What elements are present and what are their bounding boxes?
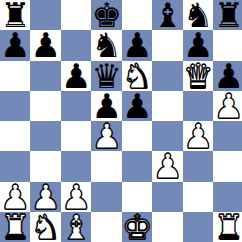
square-h8[interactable]: ♜	[213, 0, 242, 30]
black-pawn-piece: ♟	[213, 61, 242, 91]
square-a5[interactable]	[0, 91, 30, 121]
square-d7[interactable]: ♞	[91, 30, 121, 60]
square-g1[interactable]	[183, 212, 213, 242]
square-a4[interactable]	[0, 121, 30, 151]
square-e4[interactable]	[122, 121, 152, 151]
white-pawn-piece: ♟	[30, 182, 60, 212]
black-knight-piece: ♞	[91, 30, 121, 60]
square-f8[interactable]: ♝	[152, 0, 182, 30]
square-f5[interactable]	[152, 91, 182, 121]
white-bishop-piece: ♝	[61, 212, 91, 242]
square-c2[interactable]: ♟	[61, 182, 91, 212]
square-e7[interactable]: ♟	[122, 30, 152, 60]
white-pawn-piece: ♟	[152, 151, 182, 181]
square-g6[interactable]: ♛	[183, 61, 213, 91]
square-c8[interactable]	[61, 0, 91, 30]
square-f1[interactable]	[152, 212, 182, 242]
square-d2[interactable]	[91, 182, 121, 212]
square-b2[interactable]: ♟	[30, 182, 60, 212]
black-pawn-piece: ♟	[91, 91, 121, 121]
black-rook-piece: ♜	[213, 0, 242, 30]
square-e3[interactable]	[122, 151, 152, 181]
square-e6[interactable]: ♞	[122, 61, 152, 91]
square-h6[interactable]: ♟	[213, 61, 242, 91]
square-c5[interactable]	[61, 91, 91, 121]
square-f7[interactable]	[152, 30, 182, 60]
square-a3[interactable]	[0, 151, 30, 181]
white-pawn-piece: ♟	[183, 121, 213, 151]
square-f6[interactable]	[152, 61, 182, 91]
square-d4[interactable]: ♟	[91, 121, 121, 151]
square-g5[interactable]	[183, 91, 213, 121]
square-h1[interactable]: ♜	[213, 212, 242, 242]
white-knight-piece: ♞	[30, 212, 60, 242]
black-pawn-piece: ♟	[30, 30, 60, 60]
black-knight-piece: ♞	[183, 0, 213, 30]
square-b5[interactable]	[30, 91, 60, 121]
square-d6[interactable]: ♛	[91, 61, 121, 91]
black-pawn-piece: ♟	[122, 91, 152, 121]
square-d5[interactable]: ♟	[91, 91, 121, 121]
black-pawn-piece: ♟	[61, 61, 91, 91]
square-a8[interactable]: ♜	[0, 0, 30, 30]
white-rook-piece: ♜	[0, 212, 30, 242]
square-b6[interactable]	[30, 61, 60, 91]
white-king-piece: ♚	[122, 212, 152, 242]
square-f2[interactable]	[152, 182, 182, 212]
black-pawn-piece: ♟	[0, 30, 30, 60]
square-b3[interactable]	[30, 151, 60, 181]
square-c7[interactable]	[61, 30, 91, 60]
square-a7[interactable]: ♟	[0, 30, 30, 60]
square-e2[interactable]	[122, 182, 152, 212]
white-pawn-piece: ♟	[0, 182, 30, 212]
black-pawn-piece: ♟	[183, 30, 213, 60]
black-queen-piece: ♛	[91, 61, 121, 91]
black-rook-piece: ♜	[0, 0, 30, 30]
square-h3[interactable]	[213, 151, 242, 181]
square-h7[interactable]	[213, 30, 242, 60]
square-h2[interactable]	[213, 182, 242, 212]
square-a1[interactable]: ♜	[0, 212, 30, 242]
white-queen-piece: ♛	[183, 61, 213, 91]
white-rook-piece: ♜	[213, 212, 242, 242]
white-pawn-piece: ♟	[61, 182, 91, 212]
square-c3[interactable]	[61, 151, 91, 181]
square-h4[interactable]	[213, 121, 242, 151]
square-a2[interactable]: ♟	[0, 182, 30, 212]
square-g3[interactable]	[183, 151, 213, 181]
white-pawn-piece: ♟	[91, 121, 121, 151]
square-b1[interactable]: ♞	[30, 212, 60, 242]
white-knight-piece: ♞	[122, 61, 152, 91]
square-g8[interactable]: ♞	[183, 0, 213, 30]
black-pawn-piece: ♟	[122, 30, 152, 60]
square-e8[interactable]	[122, 0, 152, 30]
black-king-piece: ♚	[91, 0, 121, 30]
chess-board: ♜♚♝♞♜♟♟♞♟♟♟♛♞♛♟♟♟♟♟♟♟♟♟♟♜♞♝♚♜	[0, 0, 242, 242]
square-f4[interactable]	[152, 121, 182, 151]
square-e5[interactable]: ♟	[122, 91, 152, 121]
square-d8[interactable]: ♚	[91, 0, 121, 30]
square-h5[interactable]: ♟	[213, 91, 242, 121]
square-b8[interactable]	[30, 0, 60, 30]
white-pawn-piece: ♟	[213, 91, 242, 121]
square-g4[interactable]: ♟	[183, 121, 213, 151]
square-d1[interactable]	[91, 212, 121, 242]
black-bishop-piece: ♝	[152, 0, 182, 30]
square-g2[interactable]	[183, 182, 213, 212]
square-g7[interactable]: ♟	[183, 30, 213, 60]
square-c1[interactable]: ♝	[61, 212, 91, 242]
square-c6[interactable]: ♟	[61, 61, 91, 91]
square-b7[interactable]: ♟	[30, 30, 60, 60]
square-d3[interactable]	[91, 151, 121, 181]
square-b4[interactable]	[30, 121, 60, 151]
square-f3[interactable]: ♟	[152, 151, 182, 181]
square-e1[interactable]: ♚	[122, 212, 152, 242]
square-c4[interactable]	[61, 121, 91, 151]
square-a6[interactable]	[0, 61, 30, 91]
